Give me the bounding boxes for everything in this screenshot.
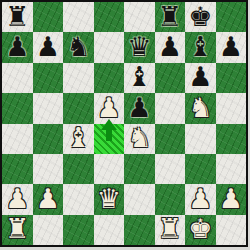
square-g7[interactable]: ♝ (185, 32, 216, 62)
square-c8[interactable] (63, 2, 94, 32)
square-h4[interactable] (216, 124, 247, 154)
square-f8[interactable]: ♜ (155, 2, 186, 32)
square-c7[interactable]: ♞ (63, 32, 94, 62)
square-g5[interactable]: ♞ (185, 93, 216, 123)
piece-white-b-c4[interactable]: ♝ (66, 124, 90, 151)
chess-board: ♜♜♚♟♟♞♛♟♝♟♝♟♟♟♞♝♞♟♟♛♟♟♜♜♚ (0, 0, 248, 247)
square-h7[interactable]: ♟ (216, 32, 247, 62)
piece-white-p-h2[interactable]: ♟ (219, 185, 243, 212)
piece-black-p-f7[interactable]: ♟ (158, 33, 182, 60)
square-e6[interactable]: ♝ (124, 63, 155, 93)
square-h5[interactable] (216, 93, 247, 123)
square-a1[interactable]: ♜ (2, 215, 33, 245)
square-b4[interactable] (33, 124, 64, 154)
piece-white-p-d5[interactable]: ♟ (97, 94, 121, 121)
square-d8[interactable] (94, 2, 125, 32)
piece-black-k-g8[interactable]: ♚ (188, 3, 212, 30)
square-b8[interactable] (33, 2, 64, 32)
square-h1[interactable] (216, 215, 247, 245)
square-e7[interactable]: ♛ (124, 32, 155, 62)
square-a2[interactable]: ♟ (2, 184, 33, 214)
square-h6[interactable] (216, 63, 247, 93)
piece-white-p-g2[interactable]: ♟ (188, 185, 212, 212)
square-d7[interactable] (94, 32, 125, 62)
square-b2[interactable]: ♟ (33, 184, 64, 214)
square-d5[interactable]: ♟ (94, 93, 125, 123)
piece-black-p-a7[interactable]: ♟ (5, 33, 29, 60)
piece-black-b-g7[interactable]: ♝ (188, 33, 212, 60)
square-e1[interactable] (124, 215, 155, 245)
square-d3[interactable] (94, 154, 125, 184)
piece-black-n-c7[interactable]: ♞ (66, 33, 90, 60)
square-h3[interactable] (216, 154, 247, 184)
square-h8[interactable] (216, 2, 247, 32)
square-b1[interactable] (33, 215, 64, 245)
piece-white-q-d2[interactable]: ♛ (97, 185, 121, 212)
square-b5[interactable] (33, 93, 64, 123)
square-f2[interactable] (155, 184, 186, 214)
square-c4[interactable]: ♝ (63, 124, 94, 154)
square-g1[interactable]: ♚ (185, 215, 216, 245)
piece-white-p-b2[interactable]: ♟ (36, 185, 60, 212)
square-a5[interactable] (2, 93, 33, 123)
square-g6[interactable]: ♟ (185, 63, 216, 93)
square-a8[interactable]: ♜ (2, 2, 33, 32)
square-f1[interactable]: ♜ (155, 215, 186, 245)
piece-black-q-e7[interactable]: ♛ (127, 33, 151, 60)
square-d6[interactable] (94, 63, 125, 93)
square-e8[interactable] (124, 2, 155, 32)
square-b7[interactable]: ♟ (33, 32, 64, 62)
piece-white-r-a1[interactable]: ♜ (5, 215, 29, 242)
square-c5[interactable] (63, 93, 94, 123)
piece-black-p-g6[interactable]: ♟ (188, 63, 212, 90)
piece-black-p-e5[interactable]: ♟ (127, 94, 151, 121)
piece-black-b-e6[interactable]: ♝ (127, 63, 151, 90)
square-g2[interactable]: ♟ (185, 184, 216, 214)
square-a4[interactable] (2, 124, 33, 154)
piece-black-r-a8[interactable]: ♜ (5, 3, 29, 30)
square-c3[interactable] (63, 154, 94, 184)
square-f3[interactable] (155, 154, 186, 184)
square-c6[interactable] (63, 63, 94, 93)
piece-white-p-a2[interactable]: ♟ (5, 185, 29, 212)
piece-black-p-b7[interactable]: ♟ (36, 33, 60, 60)
square-b3[interactable] (33, 154, 64, 184)
square-f7[interactable]: ♟ (155, 32, 186, 62)
square-h2[interactable]: ♟ (216, 184, 247, 214)
square-g3[interactable] (185, 154, 216, 184)
piece-white-k-g1[interactable]: ♚ (188, 215, 212, 242)
square-d4[interactable] (94, 124, 125, 154)
square-d2[interactable]: ♛ (94, 184, 125, 214)
square-b6[interactable] (33, 63, 64, 93)
square-f4[interactable] (155, 124, 186, 154)
square-a7[interactable]: ♟ (2, 32, 33, 62)
square-a6[interactable] (2, 63, 33, 93)
piece-white-n-g5[interactable]: ♞ (188, 94, 212, 121)
square-e5[interactable]: ♟ (124, 93, 155, 123)
square-e4[interactable]: ♞ (124, 124, 155, 154)
square-c2[interactable] (63, 184, 94, 214)
piece-white-n-e4[interactable]: ♞ (127, 124, 151, 151)
piece-black-p-h7[interactable]: ♟ (219, 33, 243, 60)
square-f6[interactable] (155, 63, 186, 93)
square-g8[interactable]: ♚ (185, 2, 216, 32)
square-e3[interactable] (124, 154, 155, 184)
square-d1[interactable] (94, 215, 125, 245)
square-c1[interactable] (63, 215, 94, 245)
square-g4[interactable] (185, 124, 216, 154)
piece-black-r-f8[interactable]: ♜ (158, 3, 182, 30)
piece-white-r-f1[interactable]: ♜ (158, 215, 182, 242)
square-a3[interactable] (2, 154, 33, 184)
square-e2[interactable] (124, 184, 155, 214)
square-f5[interactable] (155, 93, 186, 123)
